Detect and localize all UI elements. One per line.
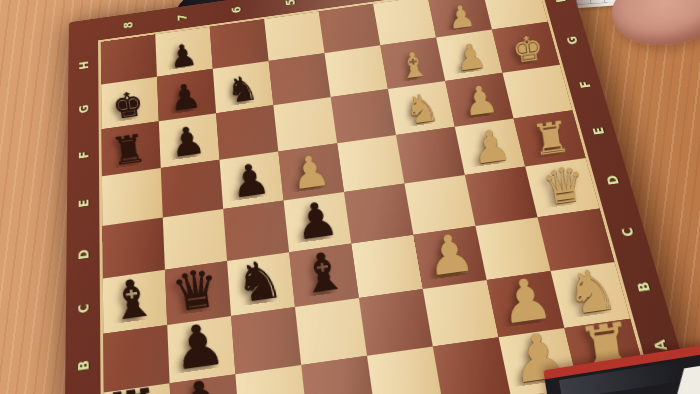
square-f6 [216, 105, 278, 160]
piece-black-king-g8: ♚ [97, 85, 159, 127]
square-a4 [367, 346, 443, 394]
square-b5 [295, 298, 367, 365]
piece-white-queen-d1: ♛ [530, 159, 598, 215]
piece-black-knight-g6: ♞ [211, 69, 273, 111]
piece-black-pawn-g7: ♟ [154, 77, 216, 119]
square-g4 [324, 45, 387, 97]
square-a8: ♜ [104, 383, 172, 394]
square-c5: ♝ [289, 243, 359, 306]
piece-black-pawn-a7: ♟ [164, 369, 240, 394]
piece-black-rook-a8: ♜ [96, 379, 172, 394]
square-c3: ♟ [413, 226, 486, 289]
top-rank-label-7: 7 [166, 0, 198, 40]
piece-white-pawn-c3: ♟ [415, 225, 486, 286]
square-f3: ♞ [388, 81, 455, 135]
square-e5: ♟ [278, 143, 344, 200]
piece-black-rook-f8: ♜ [97, 127, 161, 173]
square-a7: ♟ [170, 374, 240, 394]
piece-white-bishop-g3: ♝ [383, 45, 445, 87]
piece-white-pawn-g2: ♟ [440, 37, 502, 79]
square-f7: ♟ [159, 113, 220, 168]
square-g8: ♚ [101, 77, 159, 130]
square-c8: ♝ [103, 270, 167, 334]
file-labels-left: HGFEDCBA [64, 42, 101, 394]
square-d1: ♛ [525, 158, 599, 217]
piece-black-bishop-c8: ♝ [97, 270, 168, 331]
piece-white-pawn-e5: ♟ [277, 147, 343, 198]
piece-black-bishop-c5: ♝ [288, 243, 359, 304]
square-f4 [331, 89, 396, 143]
top-rank-label-8: 8 [113, 3, 143, 48]
square-b4 [359, 289, 433, 356]
square-b3 [423, 280, 499, 346]
square-b6 [231, 307, 301, 374]
square-f5 [273, 97, 337, 151]
square-g7: ♟ [157, 69, 216, 121]
square-c4 [351, 235, 423, 298]
square-f8: ♜ [102, 121, 161, 176]
square-c6: ♞ [227, 252, 295, 316]
piece-white-king-g1: ♚ [497, 29, 559, 71]
piece-black-pawn-h7: ♟ [153, 37, 213, 75]
top-rank-label-6: 6 [220, 0, 253, 32]
table-scene: ♟♟♚♟♞♝♟♚♜♟♞♟♟♟♟♜♟♛♝♛♞♝♟♟♟♞♜♟♟♜ 87654321 … [0, 0, 700, 394]
piece-black-pawn-f7: ♟ [156, 119, 220, 165]
piece-white-knight-f3: ♞ [390, 86, 454, 132]
piece-black-knight-c6: ♞ [224, 252, 295, 313]
piece-white-pawn-f2: ♟ [449, 78, 513, 124]
